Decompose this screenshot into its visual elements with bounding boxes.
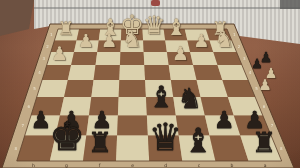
rank-label-right-2: 2 [238, 44, 241, 49]
square-b3[interactable] [190, 52, 217, 65]
rank-label-right-8: 8 [280, 146, 283, 151]
square-g7[interactable] [56, 116, 89, 136]
square-c6[interactable] [173, 97, 205, 116]
square-e5[interactable] [119, 80, 146, 97]
square-e1[interactable] [121, 29, 143, 41]
square-h3[interactable] [47, 52, 74, 65]
square-d6[interactable] [146, 97, 176, 116]
square-b5[interactable] [197, 80, 228, 97]
square-f1[interactable] [99, 29, 122, 41]
file-label-a: a [264, 163, 267, 168]
square-g5[interactable] [64, 80, 94, 97]
rank-label-left-6: 6 [28, 104, 31, 109]
file-label-b: b [231, 163, 234, 168]
file-label-h: h [32, 163, 35, 168]
square-h1[interactable] [54, 29, 79, 41]
rank-label-left-5: 5 [33, 86, 36, 91]
rank-label-left-3: 3 [43, 56, 46, 61]
square-f5[interactable] [91, 80, 119, 97]
square-f4[interactable] [94, 65, 120, 80]
rank-label-right-5: 5 [255, 86, 258, 91]
square-d5[interactable] [145, 80, 173, 97]
square-f6[interactable] [89, 97, 119, 116]
rank-label-right-4: 4 [249, 70, 252, 75]
square-g4[interactable] [68, 65, 96, 80]
square-g1[interactable] [77, 29, 101, 41]
square-c3[interactable] [167, 52, 193, 65]
square-e3[interactable] [120, 52, 144, 65]
square-f3[interactable] [96, 52, 121, 65]
square-c4[interactable] [169, 65, 197, 80]
square-f8[interactable] [83, 136, 117, 162]
square-e7[interactable] [117, 116, 148, 136]
square-b4[interactable] [193, 65, 222, 80]
chessboard: 1122334455667788hgfedcba [0, 0, 300, 168]
square-d2[interactable] [143, 41, 167, 53]
square-g3[interactable] [71, 52, 97, 65]
square-d3[interactable] [144, 52, 169, 65]
square-d7[interactable] [147, 116, 179, 136]
square-c2[interactable] [165, 41, 190, 53]
square-g2[interactable] [74, 41, 99, 53]
square-c5[interactable] [171, 80, 201, 97]
file-label-d: d [164, 163, 167, 168]
rank-label-right-6: 6 [263, 104, 266, 109]
square-f2[interactable] [97, 41, 121, 53]
square-f7[interactable] [86, 116, 118, 136]
square-b1[interactable] [185, 29, 210, 41]
square-c7[interactable] [176, 116, 210, 136]
square-c1[interactable] [164, 29, 188, 41]
square-g6[interactable] [60, 97, 91, 116]
photo-chessboard-scene: 1122334455667788hgfedcba ♜♝♛♜♚♟♟♟♟♟♞♝♟♟♞… [0, 0, 300, 168]
rank-label-left-8: 8 [14, 146, 17, 151]
rank-label-left-1: 1 [50, 32, 53, 37]
square-c8[interactable] [179, 136, 216, 162]
square-e8[interactable] [116, 136, 149, 162]
file-label-g: g [65, 163, 68, 168]
rank-label-left-2: 2 [46, 44, 49, 49]
square-d1[interactable] [143, 29, 166, 41]
square-b2[interactable] [187, 41, 213, 53]
square-h2[interactable] [51, 41, 77, 53]
square-e4[interactable] [119, 65, 145, 80]
square-d4[interactable] [144, 65, 171, 80]
file-label-e: e [131, 163, 134, 168]
square-g8[interactable] [50, 136, 86, 162]
photo-layer: 1122334455667788hgfedcba ♜♝♛♜♚♟♟♟♟♟♞♝♟♟♞… [0, 0, 300, 168]
square-e6[interactable] [118, 97, 147, 116]
rank-label-left-4: 4 [38, 70, 41, 75]
square-d8[interactable] [148, 136, 182, 162]
rank-label-left-7: 7 [22, 123, 25, 128]
rank-label-right-3: 3 [243, 56, 246, 61]
square-e2[interactable] [120, 41, 143, 53]
rank-label-right-7: 7 [271, 123, 274, 128]
